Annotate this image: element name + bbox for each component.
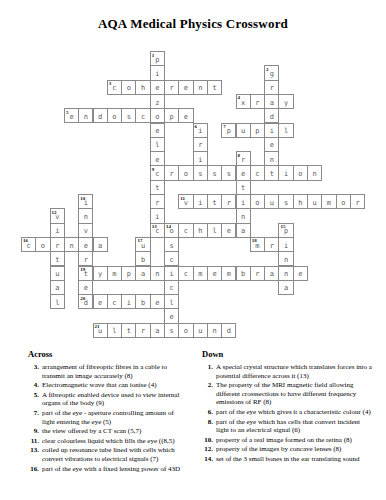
cell-letter: i (270, 128, 274, 135)
cell-letter: s (212, 171, 216, 178)
grid-cell-r19c7: t (121, 323, 136, 338)
grid-cell-r13c3: n (64, 237, 79, 252)
grid-cell-r12c12: h (193, 223, 208, 238)
grid-cell-r15c4: 19t (78, 266, 93, 281)
clue-across-4: 4.Electromagnetic wave that can ionise (… (28, 381, 188, 390)
cell-letter: e (98, 300, 102, 307)
cell-letter: e (84, 285, 88, 292)
cell-letter: e (170, 314, 174, 321)
grid-cell-r14c10: c (164, 251, 179, 266)
cell-letter: o (127, 85, 131, 92)
grid-cell-r15c16: r (250, 266, 265, 281)
grid-cell-r10c12: i (193, 194, 208, 209)
clue-down-14: 14.set of the 3 small bones in the ear t… (202, 455, 374, 464)
grid-cell-r13c10: s (164, 237, 179, 252)
clue-text: part of the eye which gives it a charact… (216, 408, 371, 416)
grid-cell-r17c2: l (50, 294, 65, 309)
cell-letter: n (241, 214, 245, 221)
clue-across-11: 11.clear colourless liquid which fills t… (28, 437, 188, 446)
grid-cell-r17c6: c (107, 294, 122, 309)
grid-cell-r11c15: n (236, 208, 251, 223)
cell-letter: v (184, 200, 188, 207)
cell-letter: c (184, 228, 188, 235)
grid-cell-r19c6: l (107, 323, 122, 338)
grid-cell-r12c11: c (178, 223, 193, 238)
clue-number-4: 4 (238, 95, 241, 100)
clue-num: 12. (202, 445, 213, 454)
grid-cell-r15c17: a (264, 266, 279, 281)
clue-number-7: 7 (223, 124, 226, 129)
cell-letter: c (184, 271, 188, 278)
grid-cell-r15c15: b (236, 266, 251, 281)
grid-cell-r10c14: r (221, 194, 236, 209)
clue-text: arrangement of fibreoptic fibres in a ca… (42, 363, 167, 380)
grid-cell-r2c12: n (193, 80, 208, 95)
cell-letter: c (255, 171, 259, 178)
clue-down-12: 12.property of the images by concave len… (202, 445, 374, 454)
cell-letter: d (227, 328, 231, 335)
grid-cell-r13c2: r (50, 237, 65, 252)
cell-letter: r (227, 200, 231, 207)
clue-section: Across 3.arrangement of fibreoptic fibre… (28, 349, 374, 474)
cell-letter: m (112, 271, 116, 278)
cell-letter: t (55, 257, 59, 264)
grid-cell-r2c6: 3c (107, 80, 122, 95)
cell-letter: o (341, 200, 345, 207)
cell-letter: d (270, 114, 274, 121)
clue-num: 7. (28, 409, 39, 418)
clue-across-7: 7.part of the eye - aperture controlling… (28, 409, 188, 426)
clue-text: property of the images by concave lenses… (216, 445, 341, 453)
clue-num: 1. (202, 363, 213, 372)
cell-letter: p (170, 114, 174, 121)
cell-letter: m (198, 271, 202, 278)
cell-letter: c (170, 257, 174, 264)
cell-letter: s (170, 328, 174, 335)
grid-cell-r2c7: o (121, 80, 136, 95)
down-header: Down (202, 349, 374, 359)
cell-letter: r (270, 243, 274, 250)
cell-letter: e (155, 85, 159, 92)
grid-cell-r4c3: 5e (64, 108, 79, 123)
grid-cell-r6c12: r (193, 137, 208, 152)
grid-cell-r4c6: o (107, 108, 122, 123)
cell-letter: h (298, 200, 302, 207)
grid-cell-r4c17: d (264, 108, 279, 123)
clue-number-20: 20 (80, 296, 85, 301)
grid-cell-r11c4: n (78, 208, 93, 223)
cell-letter: i (84, 200, 88, 207)
grid-cell-r10c16: o (250, 194, 265, 209)
cell-letter: e (298, 271, 302, 278)
cell-letter: n (284, 271, 288, 278)
grid-cell-r7c9: e (150, 151, 165, 166)
grid-cell-r16c10: c (164, 280, 179, 295)
grid-cell-r13c16: 18m (250, 237, 265, 252)
cell-letter: d (98, 114, 102, 121)
cell-letter: m (227, 271, 231, 278)
grid-cell-r7c17: n (264, 151, 279, 166)
cell-letter: r (355, 200, 359, 207)
grid-cell-r19c5: 21u (93, 323, 108, 338)
grid-cell-r12c2: i (50, 223, 65, 238)
cell-letter: n (270, 157, 274, 164)
cell-letter: p (127, 271, 131, 278)
grid-cell-r4c10: p (164, 108, 179, 123)
clue-text: part of the eye which has cells that con… (216, 418, 360, 435)
cell-letter: n (313, 171, 317, 178)
cell-letter: r (198, 142, 202, 149)
cell-letter: e (270, 142, 274, 149)
grid-cell-r5c16: p (250, 123, 265, 138)
grid-cell-r10c21: m (321, 194, 336, 209)
grid-cell-r10c4: 10i (78, 194, 93, 209)
cell-letter: a (155, 328, 159, 335)
grid-cell-r19c10: s (164, 323, 179, 338)
grid-cell-r5c17: i (264, 123, 279, 138)
cell-letter: u (241, 128, 245, 135)
grid-cell-r12c18: 15p (278, 223, 293, 238)
cell-letter: o (112, 114, 116, 121)
cell-letter: h (141, 85, 145, 92)
cell-letter: o (184, 328, 188, 335)
clue-text: part of the eye - aperture controlling a… (42, 409, 174, 426)
clue-text: set of the 3 small bones in the ear tran… (216, 455, 359, 463)
grid-cell-r0c9: 1p (150, 51, 165, 66)
cell-letter: e (155, 300, 159, 307)
cell-letter: t (84, 271, 88, 278)
cell-letter: s (284, 200, 288, 207)
cell-letter: i (155, 214, 159, 221)
grid-cell-r8c16: c (250, 165, 265, 180)
grid-cell-r8c10: r (164, 165, 179, 180)
cell-letter: c (170, 285, 174, 292)
cell-letter: b (241, 271, 245, 278)
cell-letter: i (198, 200, 202, 207)
cell-letter: s (170, 243, 174, 250)
grid-cell-r1c17: 2g (264, 65, 279, 80)
clue-across-3: 3.arrangement of fibreoptic fibres in a … (28, 363, 188, 380)
cell-letter: a (98, 243, 102, 250)
grid-cell-r13c0: 16c (21, 237, 36, 252)
cell-letter: n (69, 243, 73, 250)
grid-cell-r10c15: i (236, 194, 251, 209)
grid-cell-r17c9: e (150, 294, 165, 309)
grid-cell-r10c22: o (336, 194, 351, 209)
cell-letter: n (212, 328, 216, 335)
grid-cell-r19c12: u (193, 323, 208, 338)
cell-letter: i (155, 71, 159, 78)
down-clue-list: 1.A special crystal structure which tran… (202, 363, 374, 464)
grid-cell-r2c11: e (178, 80, 193, 95)
clue-num: 10. (202, 436, 213, 445)
grid-cell-r15c5: y (93, 266, 108, 281)
grid-cell-r15c7: p (121, 266, 136, 281)
cell-letter: m (255, 243, 259, 250)
grid-cell-r1c9: i (150, 65, 165, 80)
cell-letter: i (55, 228, 59, 235)
clue-number-10: 10 (80, 196, 85, 201)
clue-number-5: 5 (66, 110, 69, 115)
cell-letter: l (55, 300, 59, 307)
clue-down-1: 1.A special crystal structure which tran… (202, 363, 374, 380)
cell-letter: r (170, 85, 174, 92)
cell-letter: p (227, 128, 231, 135)
cell-letter: o (184, 171, 188, 178)
cell-letter: a (270, 100, 274, 107)
across-header: Across (28, 349, 188, 359)
across-clues-column: Across 3.arrangement of fibreoptic fibre… (28, 349, 188, 474)
clue-number-8: 8 (238, 153, 241, 158)
grid-cell-r14c8: b (135, 251, 150, 266)
cell-letter: l (284, 128, 288, 135)
grid-cell-r2c8: h (135, 80, 150, 95)
clue-num: 9. (28, 427, 39, 436)
cell-letter: n (198, 85, 202, 92)
cell-letter: o (41, 243, 45, 250)
cell-letter: x (241, 100, 245, 107)
clue-num: 5. (28, 391, 39, 400)
cell-letter: r (241, 157, 245, 164)
cell-letter: n (284, 257, 288, 264)
cell-letter: u (98, 328, 102, 335)
grid-cell-r4c11: e (178, 108, 193, 123)
grid-cell-r17c4: 20d (78, 294, 93, 309)
cell-letter: e (155, 128, 159, 135)
clue-number-13: 13 (152, 224, 157, 229)
grid-cell-r8c13: s (207, 165, 222, 180)
clue-number-2: 2 (266, 67, 269, 72)
grid-cell-r17c8: b (135, 294, 150, 309)
cell-letter: o (155, 114, 159, 121)
cell-letter: a (55, 285, 59, 292)
grid-cell-r17c5: e (93, 294, 108, 309)
clue-num: 11. (28, 437, 39, 446)
cell-letter: p (155, 57, 159, 64)
cell-letter: r (55, 243, 59, 250)
clue-number-16: 16 (23, 238, 28, 243)
clue-text: A special crystal structure which transl… (216, 363, 372, 380)
grid-cell-r9c15: t (236, 180, 251, 195)
clue-text: The property of the MRI magnetic field a… (216, 381, 356, 406)
cell-letter: r (270, 85, 274, 92)
clue-across-9: 9.the view offered by a CT scan (5,7) (28, 427, 188, 436)
clue-down-10: 10.property of a real image formed on th… (202, 436, 374, 445)
grid-cell-r12c15: a (236, 223, 251, 238)
grid-cell-r8c19: o (293, 165, 308, 180)
clue-number-18: 18 (252, 238, 257, 243)
cell-letter: e (155, 157, 159, 164)
cell-letter: m (327, 200, 331, 207)
clue-across-5: 5.A fibreoptic enabled device used to vi… (28, 391, 188, 408)
grid-cell-r19c13: n (207, 323, 222, 338)
cell-letter: d (84, 300, 88, 307)
grid-cell-r5c9: e (150, 123, 165, 138)
cell-letter: i (284, 171, 288, 178)
across-clue-list: 3.arrangement of fibreoptic fibres in a … (28, 363, 188, 473)
cell-letter: t (212, 85, 216, 92)
grid-cell-r16c18: a (278, 280, 293, 295)
cell-letter: r (84, 257, 88, 264)
grid-cell-r8c11: o (178, 165, 193, 180)
clue-number-19: 19 (80, 267, 85, 272)
cell-letter: h (198, 228, 202, 235)
grid-cell-r3c16: r (250, 94, 265, 109)
grid-cell-r4c5: d (93, 108, 108, 123)
clue-number-6: 6 (195, 124, 198, 129)
clue-number-11: 11 (180, 196, 185, 201)
clue-down-8: 8.part of the eye which has cells that c… (202, 418, 374, 435)
cell-letter: o (298, 171, 302, 178)
page-title: AQA Medical Physics Crossword (0, 16, 386, 32)
grid-cell-r7c12: i (193, 151, 208, 166)
cell-letter: c (27, 243, 31, 250)
cell-letter: y (284, 100, 288, 107)
clue-across-16: 16.part of the eye with a fixed lensing … (28, 465, 188, 474)
cell-letter: l (212, 228, 216, 235)
clue-across-13: 13.coiled up resonance tube lined with c… (28, 446, 188, 463)
grid-cell-r15c10: i (164, 266, 179, 281)
grid-cell-r8c9: 9c (150, 165, 165, 180)
grid-cell-r12c9: 13c (150, 223, 165, 238)
clue-down-6: 6.part of the eye which gives it a chara… (202, 408, 374, 417)
cell-letter: a (270, 271, 274, 278)
grid-cell-r10c11: 11v (178, 194, 193, 209)
cell-letter: u (270, 200, 274, 207)
cell-letter: l (155, 142, 159, 149)
cell-letter: r (255, 271, 259, 278)
cell-letter: n (84, 114, 88, 121)
grid-cell-r15c6: m (107, 266, 122, 281)
cell-letter: e (227, 228, 231, 235)
grid-cell-r4c8: c (135, 108, 150, 123)
cell-letter: c (155, 228, 159, 235)
grid-cell-r13c1: o (35, 237, 50, 252)
clue-text: Electromagnetic wave that can ionise (4) (42, 381, 156, 389)
cell-letter: e (212, 271, 216, 278)
cell-letter: u (313, 200, 317, 207)
grid-cell-r19c8: r (135, 323, 150, 338)
cell-letter: b (141, 300, 145, 307)
cell-letter: e (69, 114, 73, 121)
grid-cell-r15c19: e (293, 266, 308, 281)
cell-letter: a (141, 271, 145, 278)
grid-cell-r15c2: u (50, 266, 65, 281)
grid-cell-r19c11: o (178, 323, 193, 338)
grid-cell-r3c17: a (264, 94, 279, 109)
grid-cell-r13c18: i (278, 237, 293, 252)
clue-num: 6. (202, 408, 213, 417)
grid-cell-r10c19: h (293, 194, 308, 209)
grid-cell-r8c14: s (221, 165, 236, 180)
grid-cell-r19c9: a (150, 323, 165, 338)
grid-cell-r9c9: t (150, 180, 165, 195)
clue-text: part of the eye with a fixed lensing pow… (42, 465, 180, 473)
grid-cell-r7c15: 8r (236, 151, 251, 166)
cell-letter: c (112, 85, 116, 92)
cell-letter: u (141, 243, 145, 250)
cell-letter: o (170, 228, 174, 235)
grid-cell-r13c5: a (93, 237, 108, 252)
grid-cell-r5c14: 7p (221, 123, 236, 138)
grid-cell-r13c4: e (78, 237, 93, 252)
grid-cell-r2c10: r (164, 80, 179, 95)
grid-cell-r3c9: z (150, 94, 165, 109)
cell-letter: s (127, 114, 131, 121)
grid-cell-r17c10: l (164, 294, 179, 309)
grid-cell-r15c14: m (221, 266, 236, 281)
grid-cell-r4c4: n (78, 108, 93, 123)
grid-cell-r12c14: e (221, 223, 236, 238)
grid-cell-r10c17: u (264, 194, 279, 209)
cell-letter: r (255, 100, 259, 107)
cell-letter: l (112, 328, 116, 335)
crossword-grid: 1pi2g3coherentrz4xray5endoscopede6i7pupi… (21, 51, 366, 339)
grid-cell-r19c14: d (221, 323, 236, 338)
cell-letter: u (55, 271, 59, 278)
clue-number-1: 1 (152, 53, 155, 58)
clue-number-15: 15 (280, 224, 285, 229)
grid-cell-r15c11: c (178, 266, 193, 281)
cell-letter: v (84, 228, 88, 235)
cell-letter: e (241, 171, 245, 178)
clue-num: 14. (202, 455, 213, 464)
cell-letter: b (141, 257, 145, 264)
grid-cell-r5c12: 6i (193, 123, 208, 138)
cell-letter: i (127, 300, 131, 307)
cell-letter: z (155, 100, 159, 107)
grid-cell-r10c13: t (207, 194, 222, 209)
grid-cell-r15c9: n (150, 266, 165, 281)
clue-num: 2. (202, 381, 213, 390)
cell-letter: p (255, 128, 259, 135)
clue-text: coiled up resonance tube lined with cell… (42, 446, 175, 463)
clue-num: 4. (28, 381, 39, 390)
cell-letter: c (112, 300, 116, 307)
grid-cell-r4c9: o (150, 108, 165, 123)
grid-cell-r5c15: u (236, 123, 251, 138)
grid-cell-r13c8: 17u (135, 237, 150, 252)
clue-text: A fibreoptic enabled device used to view… (42, 391, 179, 408)
grid-cell-r14c2: t (50, 251, 65, 266)
grid-cell-r2c17: r (264, 80, 279, 95)
grid-cell-r13c17: r (264, 237, 279, 252)
cell-letter: t (270, 171, 274, 178)
cell-letter: c (141, 114, 145, 121)
clue-number-12: 12 (52, 210, 57, 215)
grid-cell-r2c9: e (150, 80, 165, 95)
clue-number-17: 17 (137, 238, 142, 243)
grid-cell-r3c18: y (278, 94, 293, 109)
cell-letter: r (141, 328, 145, 335)
clue-text: clear colourless liquid which fills the … (42, 437, 175, 445)
cell-letter: a (284, 285, 288, 292)
clue-text: the view offered by a CT scan (5,7) (42, 427, 141, 435)
grid-cell-r11c9: i (150, 208, 165, 223)
grid-cell-r10c18: s (278, 194, 293, 209)
cell-letter: i (284, 243, 288, 250)
grid-cell-r10c20: u (307, 194, 322, 209)
clue-number-14: 14 (166, 224, 171, 229)
cell-letter: u (198, 328, 202, 335)
cell-letter: o (255, 200, 259, 207)
crossword-page: AQA Medical Physics Crossword 1pi2g3cohe… (0, 0, 386, 500)
grid-cell-r12c10: 14o (164, 223, 179, 238)
cell-letter: n (155, 271, 159, 278)
cell-letter: i (241, 200, 245, 207)
grid-cell-r10c9: r (150, 194, 165, 209)
grid-cell-r11c2: 12v (50, 208, 65, 223)
